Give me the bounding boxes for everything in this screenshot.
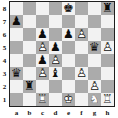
square-a2[interactable] (10, 80, 23, 93)
square-c3[interactable]: ♟♙ (36, 67, 49, 80)
white-pawn-piece[interactable]: ♟♙ (101, 41, 114, 54)
piece-outline: ♙ (75, 28, 88, 41)
square-a6[interactable] (10, 28, 23, 41)
file-labels: abcdefgh (9, 107, 116, 118)
square-f1[interactable] (75, 93, 88, 106)
square-d7[interactable] (49, 15, 62, 28)
square-f3[interactable]: ♟♙ (75, 67, 88, 80)
file-label-h: h (101, 107, 114, 118)
file-label-a: a (10, 107, 23, 118)
square-e3[interactable] (62, 67, 75, 80)
square-a5[interactable] (10, 41, 23, 54)
black-rook-piece[interactable]: ♜ (101, 2, 114, 15)
square-b7[interactable] (23, 15, 36, 28)
square-f5[interactable] (75, 41, 88, 54)
square-e4[interactable] (62, 54, 75, 67)
black-queen-piece[interactable]: ♛ (88, 41, 101, 54)
black-bishop-piece[interactable]: ♝ (49, 67, 62, 80)
square-h8[interactable]: ♜ (101, 2, 114, 15)
piece-glyph: ♚ (62, 2, 75, 15)
square-d8[interactable] (49, 2, 62, 15)
square-b5[interactable] (23, 41, 36, 54)
square-c8[interactable] (36, 2, 49, 15)
square-f6[interactable]: ♟♙ (75, 28, 88, 41)
file-label-b: b (23, 107, 36, 118)
white-king-piece[interactable]: ♚♔ (62, 93, 75, 106)
square-c1[interactable]: ♜♖ (36, 93, 49, 106)
square-g5[interactable]: ♛ (88, 41, 101, 54)
black-rook-piece[interactable]: ♜ (23, 80, 36, 93)
file-label-d: d (49, 107, 62, 118)
square-f2[interactable] (75, 80, 88, 93)
white-rook-piece[interactable]: ♜♖ (101, 93, 114, 106)
square-h3[interactable] (101, 67, 114, 80)
square-e1[interactable]: ♚♔ (62, 93, 75, 106)
square-f8[interactable] (75, 2, 88, 15)
white-knight-piece[interactable]: ♞♘ (88, 93, 101, 106)
rank-label-1: 1 (0, 93, 9, 106)
chess-board: ♚♜♟♟♟♟♙♟♙♟♛♟♙♟♟♙♛♟♙♝♟♙♜♟♙♜♖♚♔♞♘♜♖ (9, 1, 115, 107)
file-label-e: e (62, 107, 75, 118)
chess-diagram: 87654321 ♚♜♟♟♟♟♙♟♙♟♛♟♙♟♟♙♛♟♙♝♟♙♜♟♙♜♖♚♔♞♘… (0, 1, 116, 118)
square-b4[interactable] (23, 54, 36, 67)
piece-glyph: ♜ (23, 80, 36, 93)
piece-outline: ♖ (36, 93, 49, 106)
file-label-c: c (36, 107, 49, 118)
rank-labels: 87654321 (0, 1, 9, 107)
square-a1[interactable] (10, 93, 23, 106)
square-b1[interactable] (23, 93, 36, 106)
white-pawn-piece[interactable]: ♟♙ (75, 67, 88, 80)
white-pawn-piece[interactable]: ♟♙ (75, 28, 88, 41)
piece-glyph: ♟ (62, 28, 75, 41)
piece-outline: ♙ (36, 67, 49, 80)
black-pawn-piece[interactable]: ♟ (62, 28, 75, 41)
piece-glyph: ♝ (49, 67, 62, 80)
file-label-f: f (75, 107, 88, 118)
square-h7[interactable] (101, 15, 114, 28)
square-b2[interactable]: ♜ (23, 80, 36, 93)
square-g8[interactable] (88, 2, 101, 15)
square-h5[interactable]: ♟♙ (101, 41, 114, 54)
square-e6[interactable]: ♟ (62, 28, 75, 41)
rank-label-7: 7 (0, 15, 9, 28)
square-g1[interactable]: ♞♘ (88, 93, 101, 106)
square-d1[interactable] (49, 93, 62, 106)
square-b8[interactable] (23, 2, 36, 15)
square-h4[interactable] (101, 54, 114, 67)
square-h1[interactable]: ♜♖ (101, 93, 114, 106)
piece-glyph: ♛ (88, 41, 101, 54)
square-g7[interactable] (88, 15, 101, 28)
piece-glyph: ♛ (10, 67, 23, 80)
rank-label-8: 8 (0, 2, 9, 15)
piece-outline: ♙ (75, 67, 88, 80)
square-g4[interactable] (88, 54, 101, 67)
square-d2[interactable] (49, 80, 62, 93)
black-pawn-piece[interactable]: ♟ (10, 15, 23, 28)
square-e8[interactable]: ♚ (62, 2, 75, 15)
piece-outline: ♖ (101, 93, 114, 106)
piece-glyph: ♜ (101, 2, 114, 15)
square-a7[interactable]: ♟ (10, 15, 23, 28)
rank-label-6: 6 (0, 28, 9, 41)
white-rook-piece[interactable]: ♜♖ (36, 93, 49, 106)
piece-glyph: ♟ (10, 15, 23, 28)
rank-label-4: 4 (0, 54, 9, 67)
black-queen-piece[interactable]: ♛ (10, 67, 23, 80)
square-e5[interactable] (62, 41, 75, 54)
square-b6[interactable] (23, 28, 36, 41)
file-label-g: g (88, 107, 101, 118)
square-a3[interactable]: ♛ (10, 67, 23, 80)
piece-outline: ♔ (62, 93, 75, 106)
black-king-piece[interactable]: ♚ (62, 2, 75, 15)
rank-label-5: 5 (0, 41, 9, 54)
piece-outline: ♙ (101, 41, 114, 54)
piece-outline: ♘ (88, 93, 101, 106)
square-d3[interactable]: ♝ (49, 67, 62, 80)
rank-label-2: 2 (0, 80, 9, 93)
white-pawn-piece[interactable]: ♟♙ (36, 67, 49, 80)
rank-label-3: 3 (0, 67, 9, 80)
